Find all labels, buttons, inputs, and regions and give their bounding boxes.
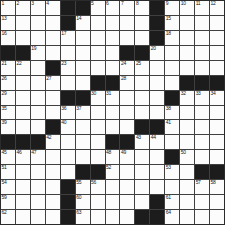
grid-cell[interactable] <box>135 31 149 45</box>
grid-cell[interactable] <box>210 135 224 149</box>
grid-cell[interactable]: 61 <box>165 195 179 209</box>
black-cell <box>120 46 134 60</box>
grid-cell[interactable] <box>106 180 120 194</box>
grid-cell[interactable] <box>31 210 45 224</box>
black-cell <box>210 165 224 179</box>
grid-cell[interactable] <box>135 106 149 120</box>
clue-number: 50 <box>181 150 186 155</box>
grid-cell[interactable] <box>135 76 149 90</box>
grid-cell[interactable]: 25 <box>135 61 149 75</box>
clue-number: 17 <box>61 31 66 36</box>
black-cell <box>31 135 45 149</box>
clue-number: 61 <box>166 195 171 200</box>
grid-cell[interactable] <box>135 91 149 105</box>
grid-cell[interactable] <box>150 180 164 194</box>
grid-cell[interactable] <box>46 195 60 209</box>
grid-cell[interactable] <box>135 195 149 209</box>
clue-number: 49 <box>121 150 126 155</box>
clue-number: 39 <box>2 120 7 125</box>
grid-cell[interactable] <box>120 16 134 30</box>
grid-cell[interactable] <box>180 195 194 209</box>
clue-number: 36 <box>61 106 66 111</box>
grid-cell[interactable] <box>180 210 194 224</box>
grid-cell[interactable] <box>120 180 134 194</box>
grid-cell[interactable] <box>76 135 90 149</box>
grid-cell[interactable] <box>106 106 120 120</box>
black-cell <box>150 31 164 45</box>
grid-cell[interactable]: 29 <box>1 91 15 105</box>
grid-cell[interactable] <box>61 76 75 90</box>
grid-cell[interactable]: 51 <box>1 165 15 179</box>
clue-number: 52 <box>106 165 111 170</box>
grid-cell[interactable]: 55 <box>76 180 90 194</box>
grid-cell[interactable]: 46 <box>16 150 30 164</box>
clue-number: 18 <box>166 31 171 36</box>
grid-cell[interactable]: 4 <box>46 1 60 15</box>
grid-cell[interactable]: 27 <box>46 76 60 90</box>
black-cell <box>135 46 149 60</box>
clue-number: 53 <box>166 165 171 170</box>
black-cell <box>76 165 90 179</box>
clue-number: 24 <box>121 61 126 66</box>
grid-cell[interactable] <box>180 120 194 134</box>
clue-number: 26 <box>2 76 7 81</box>
grid-cell[interactable]: 43 <box>135 135 149 149</box>
clue-number: 44 <box>151 135 156 140</box>
grid-cell[interactable]: 2 <box>16 1 30 15</box>
grid-cell[interactable] <box>46 46 60 60</box>
clue-number: 29 <box>2 91 7 96</box>
grid-cell[interactable] <box>91 120 105 134</box>
black-cell <box>61 210 75 224</box>
grid-cell[interactable] <box>106 210 120 224</box>
grid-cell[interactable]: 47 <box>31 150 45 164</box>
grid-cell[interactable] <box>150 76 164 90</box>
grid-cell[interactable] <box>120 120 134 134</box>
clue-number: 23 <box>61 61 66 66</box>
grid-cell[interactable] <box>61 135 75 149</box>
clue-number: 31 <box>106 91 111 96</box>
grid-cell[interactable] <box>16 106 30 120</box>
grid-cell[interactable] <box>106 16 120 30</box>
clue-number: 19 <box>31 46 36 51</box>
grid-cell[interactable] <box>195 46 209 60</box>
clue-number: 22 <box>16 61 21 66</box>
clue-number: 16 <box>2 31 7 36</box>
grid-cell[interactable]: 18 <box>165 31 179 45</box>
black-cell <box>61 16 75 30</box>
grid-cell[interactable] <box>195 120 209 134</box>
grid-cell[interactable]: 42 <box>46 135 60 149</box>
grid-cell[interactable]: 63 <box>76 210 90 224</box>
grid-cell[interactable]: 35 <box>1 106 15 120</box>
clue-number: 28 <box>121 76 126 81</box>
grid-cell[interactable] <box>120 195 134 209</box>
grid-cell[interactable]: 54 <box>1 180 15 194</box>
grid-cell[interactable] <box>150 106 164 120</box>
grid-cell[interactable]: 34 <box>210 91 224 105</box>
grid-cell[interactable]: 64 <box>165 210 179 224</box>
grid-cell[interactable] <box>31 76 45 90</box>
clue-number: 59 <box>2 195 7 200</box>
black-cell <box>135 210 149 224</box>
clue-number: 5 <box>91 1 93 6</box>
clue-number: 64 <box>166 210 171 215</box>
black-cell <box>76 1 90 15</box>
black-cell <box>46 61 60 75</box>
clue-number: 37 <box>76 106 81 111</box>
grid-cell[interactable]: 19 <box>31 46 45 60</box>
grid-cell[interactable]: 23 <box>61 61 75 75</box>
grid-cell[interactable]: 50 <box>180 150 194 164</box>
grid-cell[interactable] <box>180 46 194 60</box>
grid-cell[interactable] <box>195 16 209 30</box>
grid-cell[interactable] <box>16 165 30 179</box>
clue-number: 62 <box>2 210 7 215</box>
clue-number: 30 <box>91 91 96 96</box>
grid-cell[interactable] <box>210 31 224 45</box>
grid-cell[interactable]: 45 <box>1 150 15 164</box>
grid-cell[interactable]: 44 <box>150 135 164 149</box>
black-cell <box>1 46 15 60</box>
grid-cell[interactable]: 49 <box>120 150 134 164</box>
grid-cell[interactable] <box>180 16 194 30</box>
grid-cell[interactable]: 21 <box>1 61 15 75</box>
grid-cell[interactable]: 14 <box>76 16 90 30</box>
grid-cell[interactable]: 16 <box>1 31 15 45</box>
grid-cell[interactable] <box>16 91 30 105</box>
grid-cell[interactable] <box>106 31 120 45</box>
grid-cell[interactable] <box>120 165 134 179</box>
grid-cell[interactable] <box>210 61 224 75</box>
grid-cell[interactable] <box>210 106 224 120</box>
grid-cell[interactable] <box>31 91 45 105</box>
black-cell <box>61 91 75 105</box>
clue-number: 11 <box>196 1 201 6</box>
grid-cell[interactable]: 60 <box>76 195 90 209</box>
grid-cell[interactable] <box>195 61 209 75</box>
grid-cell[interactable]: 30 <box>91 91 105 105</box>
grid-cell[interactable] <box>46 150 60 164</box>
grid-cell[interactable]: 37 <box>76 106 90 120</box>
grid-cell[interactable] <box>210 195 224 209</box>
grid-cell[interactable] <box>91 135 105 149</box>
grid-cell[interactable] <box>120 91 134 105</box>
grid-cell[interactable] <box>46 31 60 45</box>
grid-cell[interactable] <box>150 91 164 105</box>
grid-cell[interactable]: 24 <box>120 61 134 75</box>
grid-cell[interactable] <box>31 195 45 209</box>
grid-cell[interactable] <box>120 106 134 120</box>
grid-cell[interactable]: 56 <box>91 180 105 194</box>
clue-number: 1 <box>2 1 4 6</box>
grid-cell[interactable]: 1 <box>1 1 15 15</box>
grid-cell[interactable] <box>106 195 120 209</box>
clue-number: 32 <box>181 91 186 96</box>
grid-cell[interactable]: 31 <box>106 91 120 105</box>
grid-cell[interactable]: 15 <box>165 16 179 30</box>
grid-cell[interactable]: 53 <box>165 165 179 179</box>
grid-cell[interactable]: 38 <box>165 106 179 120</box>
grid-cell[interactable]: 32 <box>180 91 194 105</box>
clue-number: 15 <box>166 16 171 21</box>
clue-number: 2 <box>16 1 18 6</box>
clue-number: 35 <box>2 106 7 111</box>
clue-number: 46 <box>16 150 21 155</box>
clue-number: 14 <box>76 16 81 21</box>
clue-number: 4 <box>46 1 48 6</box>
black-cell <box>106 135 120 149</box>
black-cell <box>210 76 224 90</box>
clue-number: 27 <box>46 76 51 81</box>
grid-cell[interactable] <box>165 61 179 75</box>
grid-cell[interactable] <box>195 210 209 224</box>
black-cell <box>120 135 134 149</box>
clue-number: 25 <box>136 61 141 66</box>
grid-cell[interactable] <box>31 61 45 75</box>
clue-number: 48 <box>106 150 111 155</box>
grid-cell[interactable]: 33 <box>195 91 209 105</box>
clue-number: 40 <box>61 120 66 125</box>
grid-cell[interactable] <box>135 16 149 30</box>
grid-cell[interactable]: 58 <box>210 180 224 194</box>
grid-cell[interactable] <box>16 210 30 224</box>
grid-cell[interactable]: 39 <box>1 120 15 134</box>
grid-cell[interactable] <box>165 135 179 149</box>
grid-cell[interactable] <box>195 135 209 149</box>
grid-cell[interactable] <box>31 165 45 179</box>
grid-cell[interactable] <box>31 106 45 120</box>
grid-cell[interactable] <box>91 46 105 60</box>
grid-cell[interactable] <box>195 195 209 209</box>
grid-cell[interactable] <box>195 150 209 164</box>
grid-cell[interactable] <box>210 16 224 30</box>
grid-cell[interactable]: 6 <box>106 1 120 15</box>
grid-cell[interactable] <box>91 210 105 224</box>
grid-cell[interactable]: 59 <box>1 195 15 209</box>
grid-cell[interactable] <box>135 150 149 164</box>
black-cell <box>195 165 209 179</box>
grid-cell[interactable] <box>31 120 45 134</box>
grid-cell[interactable] <box>165 76 179 90</box>
grid-cell[interactable]: 22 <box>16 61 30 75</box>
grid-cell[interactable] <box>16 180 30 194</box>
clue-number: 47 <box>31 150 36 155</box>
clue-number: 6 <box>106 1 108 6</box>
grid-cell[interactable] <box>91 195 105 209</box>
black-cell <box>46 120 60 134</box>
grid-cell[interactable]: 40 <box>61 120 75 134</box>
clue-number: 58 <box>211 180 216 185</box>
black-cell <box>106 76 120 90</box>
black-cell <box>91 76 105 90</box>
grid-cell[interactable] <box>180 61 194 75</box>
grid-cell[interactable] <box>16 120 30 134</box>
black-cell <box>61 1 75 15</box>
grid-cell[interactable] <box>16 195 30 209</box>
grid-cell[interactable] <box>91 31 105 45</box>
grid-cell[interactable] <box>91 106 105 120</box>
grid-cell[interactable] <box>135 180 149 194</box>
black-cell <box>150 210 164 224</box>
grid-cell[interactable] <box>150 150 164 164</box>
grid-cell[interactable] <box>76 150 90 164</box>
grid-cell[interactable] <box>31 16 45 30</box>
black-cell <box>16 135 30 149</box>
clue-number: 3 <box>31 1 33 6</box>
grid-cell[interactable] <box>180 106 194 120</box>
clue-number: 55 <box>76 180 81 185</box>
grid-cell[interactable] <box>106 46 120 60</box>
grid-cell[interactable] <box>120 31 134 45</box>
clue-number: 43 <box>136 135 141 140</box>
clue-number: 13 <box>2 16 7 21</box>
grid-cell[interactable] <box>16 16 30 30</box>
grid-cell[interactable]: 17 <box>61 31 75 45</box>
black-cell <box>165 150 179 164</box>
grid-cell[interactable]: 3 <box>31 1 45 15</box>
black-cell <box>1 135 15 149</box>
grid-cell[interactable]: 36 <box>61 106 75 120</box>
grid-cell[interactable] <box>210 46 224 60</box>
grid-cell[interactable]: 12 <box>210 1 224 15</box>
clue-number: 9 <box>166 1 168 6</box>
clue-number: 21 <box>2 61 7 66</box>
grid-cell[interactable] <box>76 76 90 90</box>
clue-number: 8 <box>136 1 138 6</box>
grid-cell[interactable]: 8 <box>135 1 149 15</box>
crossword-grid: 1234567891011121314151617181920212223242… <box>0 0 225 225</box>
grid-cell[interactable] <box>150 165 164 179</box>
grid-cell[interactable] <box>46 91 60 105</box>
grid-cell[interactable]: 20 <box>150 46 164 60</box>
black-cell <box>16 46 30 60</box>
grid-cell[interactable] <box>46 180 60 194</box>
black-cell <box>135 120 149 134</box>
grid-cell[interactable] <box>135 165 149 179</box>
clue-number: 42 <box>46 135 51 140</box>
grid-cell[interactable] <box>150 61 164 75</box>
black-cell <box>195 76 209 90</box>
grid-cell[interactable]: 10 <box>180 1 194 15</box>
grid-cell[interactable] <box>76 61 90 75</box>
grid-cell[interactable] <box>195 31 209 45</box>
grid-cell[interactable] <box>61 165 75 179</box>
black-cell <box>61 195 75 209</box>
grid-cell[interactable] <box>165 46 179 60</box>
clue-number: 33 <box>196 91 201 96</box>
grid-cell[interactable] <box>210 150 224 164</box>
grid-cell[interactable]: 5 <box>91 1 105 15</box>
grid-cell[interactable] <box>76 120 90 134</box>
grid-cell[interactable] <box>61 46 75 60</box>
clue-number: 41 <box>166 120 171 125</box>
clue-number: 7 <box>121 1 123 6</box>
clue-number: 57 <box>196 180 201 185</box>
grid-cell[interactable] <box>91 61 105 75</box>
clue-number: 45 <box>2 150 7 155</box>
grid-cell[interactable]: 41 <box>165 120 179 134</box>
grid-cell[interactable]: 11 <box>195 1 209 15</box>
clue-number: 54 <box>2 180 7 185</box>
grid-cell[interactable] <box>76 31 90 45</box>
grid-cell[interactable] <box>16 31 30 45</box>
black-cell <box>150 195 164 209</box>
black-cell <box>91 165 105 179</box>
black-cell <box>150 1 164 15</box>
grid-cell[interactable] <box>31 180 45 194</box>
grid-cell[interactable] <box>46 210 60 224</box>
grid-cell[interactable] <box>180 135 194 149</box>
grid-cell[interactable]: 7 <box>120 1 134 15</box>
grid-cell[interactable] <box>16 76 30 90</box>
grid-cell[interactable] <box>180 31 194 45</box>
grid-cell[interactable]: 28 <box>120 76 134 90</box>
grid-cell[interactable] <box>120 210 134 224</box>
clue-number: 34 <box>211 91 216 96</box>
grid-cell[interactable]: 13 <box>1 16 15 30</box>
clue-number: 12 <box>211 1 216 6</box>
black-cell <box>61 180 75 194</box>
grid-cell[interactable] <box>91 150 105 164</box>
grid-cell[interactable] <box>31 31 45 45</box>
grid-cell[interactable]: 52 <box>106 165 120 179</box>
grid-cell[interactable] <box>210 120 224 134</box>
grid-cell[interactable] <box>210 210 224 224</box>
clue-number: 38 <box>166 106 171 111</box>
grid-cell[interactable]: 57 <box>195 180 209 194</box>
clue-number: 20 <box>151 46 156 51</box>
grid-cell[interactable] <box>165 180 179 194</box>
grid-cell[interactable]: 9 <box>165 1 179 15</box>
clue-number: 10 <box>181 1 186 6</box>
clue-number: 51 <box>2 165 7 170</box>
grid-cell[interactable] <box>91 16 105 30</box>
grid-cell[interactable] <box>180 165 194 179</box>
grid-cell[interactable] <box>106 120 120 134</box>
grid-cell[interactable] <box>195 106 209 120</box>
grid-cell[interactable] <box>46 165 60 179</box>
grid-cell[interactable] <box>46 16 60 30</box>
black-cell <box>76 91 90 105</box>
grid-cell[interactable]: 62 <box>1 210 15 224</box>
grid-cell[interactable] <box>76 46 90 60</box>
grid-cell[interactable] <box>46 106 60 120</box>
clue-number: 63 <box>76 210 81 215</box>
grid-cell[interactable] <box>106 61 120 75</box>
black-cell <box>180 76 194 90</box>
grid-cell[interactable] <box>61 150 75 164</box>
clue-number: 60 <box>76 195 81 200</box>
grid-cell[interactable]: 48 <box>106 150 120 164</box>
grid-cell[interactable] <box>180 180 194 194</box>
black-cell <box>165 91 179 105</box>
clue-number: 56 <box>91 180 96 185</box>
black-cell <box>150 16 164 30</box>
grid-cell[interactable]: 26 <box>1 76 15 90</box>
black-cell <box>150 120 164 134</box>
